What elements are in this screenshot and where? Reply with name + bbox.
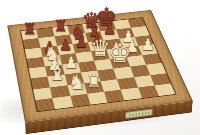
piece-bR-a8[interactable]: ♜ — [23, 22, 37, 37]
piece-wN-c2[interactable]: ♞ — [68, 73, 86, 93]
piece-bP-d6[interactable]: ♟ — [75, 35, 89, 50]
piece-wR-d2[interactable]: ♜ — [86, 73, 102, 91]
piece-bR-c8[interactable]: ♜ — [54, 18, 68, 34]
piece-wK-f4[interactable]: ♚ — [108, 41, 131, 67]
brand-plaque — [125, 109, 153, 119]
piece-bP-c6[interactable]: ♟ — [59, 37, 72, 52]
piece-wB-b3[interactable]: ♝ — [48, 64, 66, 85]
piece-wP-h5[interactable]: ♟ — [141, 37, 155, 53]
plaque-text — [129, 112, 149, 117]
square-h1[interactable] — [154, 83, 175, 96]
chess-set-photo: ♜♜♛♚♞♝♟♟♟♟♟♟♞♛♟♟♟♟♟♚♝♞♜ — [0, 0, 200, 135]
